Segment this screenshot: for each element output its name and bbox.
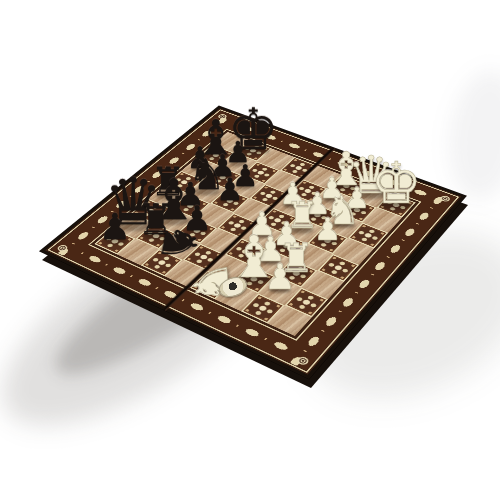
chess-piece-black-pawn[interactable]: ♟ — [216, 174, 244, 205]
chess-piece-white-pawn[interactable]: ♟ — [264, 260, 295, 295]
corner-circle-motif — [56, 244, 70, 253]
product-photo-stage: ♚♝♟♟♟♝♟♞♛♜♟♟♚♟♟♟♟♝♞♛♜♟♟♜♟♟♟♞♟♜♝♞♟ — [0, 0, 500, 500]
chess-piece-white-king[interactable]: ♚ — [371, 155, 422, 212]
chess-piece-white-pawn[interactable]: ♟ — [314, 213, 342, 244]
background-smudge — [441, 66, 500, 204]
corner-circle-motif — [439, 195, 452, 203]
chess-piece-black-pawn[interactable]: ♟ — [99, 210, 131, 246]
chess-piece-white-knight-fallen[interactable]: ♞ — [185, 259, 237, 306]
corner-circle-motif — [296, 355, 311, 366]
